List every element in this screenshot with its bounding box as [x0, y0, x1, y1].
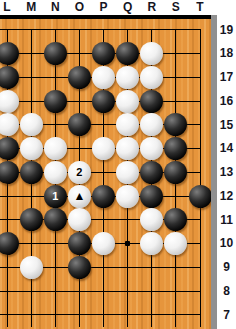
board-point-M16[interactable] [19, 89, 43, 113]
board-point-O18[interactable] [67, 42, 91, 66]
board-point-L15[interactable] [0, 113, 19, 137]
board-point-P7[interactable] [91, 303, 115, 327]
board-point-R15[interactable] [140, 113, 164, 137]
stone-white-S10 [164, 232, 187, 255]
board-point-N14[interactable] [43, 137, 67, 161]
column-label-R: R [143, 0, 161, 15]
board-point-R18[interactable] [140, 42, 164, 66]
board-point-O16[interactable] [67, 89, 91, 113]
stone-black-O9 [68, 256, 91, 279]
stone-white-N14 [44, 137, 67, 160]
board-point-N13[interactable] [43, 161, 67, 185]
column-label-P: P [95, 0, 113, 15]
board-point-Q18[interactable] [116, 42, 140, 66]
board-point-R9[interactable] [140, 256, 164, 280]
board-point-O9[interactable] [67, 256, 91, 280]
stone-black-L17 [0, 66, 19, 89]
board-point-L11[interactable] [0, 208, 19, 232]
board-point-S18[interactable] [164, 42, 188, 66]
row-label-12: 12 [217, 189, 236, 204]
stone-white-P14 [92, 137, 115, 160]
board-point-O11[interactable] [67, 208, 91, 232]
board-point-Q9[interactable] [116, 256, 140, 280]
stone-black-R12 [140, 185, 163, 208]
stone-black-M13 [20, 161, 43, 184]
row-label-19: 19 [217, 23, 236, 38]
board-point-N19[interactable] [43, 18, 67, 42]
board-point-P14[interactable] [91, 137, 115, 161]
board-point-O10[interactable] [67, 232, 91, 256]
stone-black-P12 [92, 185, 115, 208]
board-point-P8[interactable] [91, 279, 115, 303]
stone-white-Q13 [116, 161, 139, 184]
board-point-O15[interactable] [67, 113, 91, 137]
stone-white-O11 [68, 208, 91, 231]
board-point-N17[interactable] [43, 66, 67, 90]
stone-white-M14 [20, 137, 43, 160]
board-point-S16[interactable] [164, 89, 188, 113]
stone-black-P16 [92, 90, 115, 113]
board-point-S19[interactable] [164, 18, 188, 42]
stone-black-O10 [68, 232, 91, 255]
column-label-O: O [70, 0, 88, 15]
board-point-M15[interactable] [19, 113, 43, 137]
board-point-Q12[interactable] [116, 184, 140, 208]
stone-white-L15 [0, 113, 19, 136]
board-point-N10[interactable] [43, 232, 67, 256]
board-point-M18[interactable] [19, 42, 43, 66]
board-point-R7[interactable] [140, 303, 164, 327]
column-label-S: S [167, 0, 185, 15]
board-point-Q14[interactable] [116, 137, 140, 161]
stone-white-R17 [140, 66, 163, 89]
stone-white-Q15 [116, 113, 139, 136]
stone-white-R18 [140, 42, 163, 65]
stone-white-N13 [44, 161, 67, 184]
board-point-O7[interactable] [67, 303, 91, 327]
board-point-S14[interactable] [164, 137, 188, 161]
board-point-P15[interactable] [91, 113, 115, 137]
stone-black-S14 [164, 137, 187, 160]
row-label-13: 13 [217, 165, 236, 180]
board-point-Q16[interactable] [116, 89, 140, 113]
move-number-marker: 1 [44, 185, 67, 208]
board-point-T19[interactable] [188, 18, 212, 42]
board-point-R8[interactable] [140, 279, 164, 303]
board-point-T11[interactable] [188, 208, 212, 232]
column-label-Q: Q [119, 0, 137, 15]
board-point-M19[interactable] [19, 18, 43, 42]
board-top-border [0, 15, 211, 19]
stone-black-O15 [68, 113, 91, 136]
stone-black-N11 [44, 208, 67, 231]
row-label-9: 9 [217, 260, 236, 275]
board-point-Q15[interactable] [116, 113, 140, 137]
stone-black-S11 [164, 208, 187, 231]
stone-black-N12: 1 [44, 185, 67, 208]
board-point-O13[interactable]: 2 [67, 161, 91, 185]
board-point-S9[interactable] [164, 256, 188, 280]
board-point-T14[interactable] [188, 137, 212, 161]
board-point-P12[interactable] [91, 184, 115, 208]
board-point-Q11[interactable] [116, 208, 140, 232]
stone-white-Q16 [116, 90, 139, 113]
row-label-8: 8 [217, 284, 236, 299]
stone-black-N16 [44, 90, 67, 113]
row-label-11: 11 [217, 213, 236, 228]
board-point-T12[interactable] [188, 184, 212, 208]
stone-black-S13 [164, 161, 187, 184]
row-label-17: 17 [217, 70, 236, 85]
board-point-P18[interactable] [91, 42, 115, 66]
board-point-P9[interactable] [91, 256, 115, 280]
stone-white-R15 [140, 113, 163, 136]
board-point-Q13[interactable] [116, 161, 140, 185]
board-point-L10[interactable] [0, 232, 19, 256]
board-point-L13[interactable] [0, 161, 19, 185]
row-label-18: 18 [217, 46, 236, 61]
board-point-O8[interactable] [67, 279, 91, 303]
row-label-14: 14 [217, 141, 236, 156]
board-point-Q8[interactable] [116, 279, 140, 303]
board-point-Q10[interactable] [116, 232, 140, 256]
board-point-S10[interactable] [164, 232, 188, 256]
board-point-Q19[interactable] [116, 18, 140, 42]
board-point-O14[interactable] [67, 137, 91, 161]
stone-white-P17 [92, 66, 115, 89]
stone-black-R16 [140, 90, 163, 113]
board-point-O17[interactable] [67, 66, 91, 90]
stone-white-Q14 [116, 137, 139, 160]
board-point-P16[interactable] [91, 89, 115, 113]
board-point-L12[interactable] [0, 184, 19, 208]
board-point-T18[interactable] [188, 42, 212, 66]
stone-white-R14 [140, 137, 163, 160]
board-point-S12[interactable] [164, 184, 188, 208]
board-point-T9[interactable] [188, 256, 212, 280]
board-point-M12[interactable] [19, 184, 43, 208]
stone-white-O13: 2 [68, 161, 91, 184]
stone-white-R10 [140, 232, 163, 255]
board-point-L7[interactable] [0, 303, 19, 327]
board-point-T15[interactable] [188, 113, 212, 137]
board-point-R13[interactable] [140, 161, 164, 185]
board-point-M8[interactable] [19, 279, 43, 303]
stone-white-P10 [92, 232, 115, 255]
column-label-N: N [46, 0, 64, 15]
board-point-T16[interactable] [188, 89, 212, 113]
board-point-Q17[interactable] [116, 66, 140, 90]
move-number-marker: 2 [68, 161, 91, 184]
column-label-L: L [0, 0, 16, 15]
board-point-S17[interactable] [164, 66, 188, 90]
board-point-M10[interactable] [19, 232, 43, 256]
stone-black-M11 [20, 208, 43, 231]
stone-black-L18 [0, 42, 19, 65]
stone-white-Q17 [116, 66, 139, 89]
board-point-O12[interactable]: ▲ [67, 184, 91, 208]
board-point-L14[interactable] [0, 137, 19, 161]
board-point-N15[interactable] [43, 113, 67, 137]
stone-black-L13 [0, 161, 19, 184]
stone-white-R11 [140, 208, 163, 231]
row-label-7: 7 [217, 308, 236, 323]
column-label-strip: LMNOPQRST [0, 0, 236, 15]
stone-black-T12 [189, 185, 212, 208]
board-point-P17[interactable] [91, 66, 115, 90]
stone-white-L16 [0, 90, 19, 113]
board-point-N18[interactable] [43, 42, 67, 66]
board-point-N8[interactable] [43, 279, 67, 303]
stone-white-O12: ▲ [68, 185, 91, 208]
board-point-M17[interactable] [19, 66, 43, 90]
board-point-M9[interactable] [19, 256, 43, 280]
stone-black-Q18 [116, 42, 139, 65]
board-point-S13[interactable] [164, 161, 188, 185]
board-point-L16[interactable] [0, 89, 19, 113]
triangle-marker: ▲ [68, 185, 91, 208]
board-point-S8[interactable] [164, 279, 188, 303]
column-label-M: M [22, 0, 40, 15]
stone-black-N18 [44, 42, 67, 65]
row-label-10: 10 [217, 236, 236, 251]
board-point-L8[interactable] [0, 279, 19, 303]
stone-white-Q12 [116, 185, 139, 208]
board-point-R16[interactable] [140, 89, 164, 113]
stone-black-L14 [0, 137, 19, 160]
board-point-L9[interactable] [0, 256, 19, 280]
stone-black-S15 [164, 113, 187, 136]
board-point-T8[interactable] [188, 279, 212, 303]
board-point-P19[interactable] [91, 18, 115, 42]
row-label-15: 15 [217, 118, 236, 133]
stone-white-M9 [20, 256, 43, 279]
board-point-L19[interactable] [0, 18, 19, 42]
board-point-N7[interactable] [43, 303, 67, 327]
board-point-P13[interactable] [91, 161, 115, 185]
board-point-P10[interactable] [91, 232, 115, 256]
board-point-S7[interactable] [164, 303, 188, 327]
board-point-R17[interactable] [140, 66, 164, 90]
board-point-R11[interactable] [140, 208, 164, 232]
board-point-R14[interactable] [140, 137, 164, 161]
board-point-S15[interactable] [164, 113, 188, 137]
board-point-M13[interactable] [19, 161, 43, 185]
board-point-T7[interactable] [188, 303, 212, 327]
board-point-R12[interactable] [140, 184, 164, 208]
board-point-P11[interactable] [91, 208, 115, 232]
board-point-N11[interactable] [43, 208, 67, 232]
board-point-M11[interactable] [19, 208, 43, 232]
board-point-M7[interactable] [19, 303, 43, 327]
board-point-L18[interactable] [0, 42, 19, 66]
goban-grid: 21▲ [0, 18, 212, 327]
column-label-T: T [191, 0, 209, 15]
stone-black-O17 [68, 66, 91, 89]
board-point-R19[interactable] [140, 18, 164, 42]
board-point-N12[interactable]: 1 [43, 184, 67, 208]
board-point-O19[interactable] [67, 18, 91, 42]
stone-black-R13 [140, 161, 163, 184]
board-point-M14[interactable] [19, 137, 43, 161]
stone-black-L10 [0, 232, 19, 255]
board-point-R10[interactable] [140, 232, 164, 256]
board-point-T13[interactable] [188, 161, 212, 185]
stone-black-P18 [92, 42, 115, 65]
go-diagram: 21▲ LMNOPQRST 19181716151413121110987 [0, 0, 236, 329]
board-point-T17[interactable] [188, 66, 212, 90]
board-point-L17[interactable] [0, 66, 19, 90]
board-point-Q7[interactable] [116, 303, 140, 327]
board-point-N16[interactable] [43, 89, 67, 113]
board-point-S11[interactable] [164, 208, 188, 232]
board-point-N9[interactable] [43, 256, 67, 280]
row-label-16: 16 [217, 94, 236, 109]
board-point-T10[interactable] [188, 232, 212, 256]
stone-white-M15 [20, 113, 43, 136]
